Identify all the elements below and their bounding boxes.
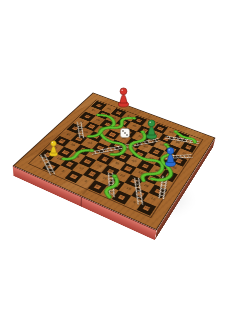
cell-number-plate: 6 — [93, 184, 101, 190]
cell-number-plate: 32 — [148, 176, 156, 182]
board-cell-25: 25 — [90, 160, 108, 172]
snake-6 — [99, 174, 125, 197]
board-cell-3: 3 — [53, 166, 72, 179]
board-cell-13: 13 — [119, 183, 137, 196]
board-cell-35: 35 — [108, 158, 126, 170]
board-cell-8: 8 — [112, 191, 131, 205]
cell-number-plate: 2 — [47, 164, 55, 169]
ladder-3 — [29, 153, 66, 176]
board-cell-26: 26 — [101, 165, 119, 177]
board-cell-15: 15 — [95, 173, 113, 186]
board-cell-5: 5 — [76, 175, 95, 188]
board-cell-19: 19 — [49, 154, 67, 166]
board-cell-29: 29 — [137, 180, 155, 193]
cell-number-plate: 48 — [142, 163, 150, 168]
board-cell-36: 36 — [97, 153, 115, 165]
cell-number-plate: 12 — [136, 191, 144, 197]
cell-number-plate: 24 — [84, 159, 92, 164]
board-cell-1: 1 — [31, 156, 50, 168]
board-cell-52: 52 — [154, 158, 171, 170]
board-cell-47: 47 — [125, 156, 142, 168]
cell-number-plate: 4 — [70, 174, 78, 180]
ladder-4 — [93, 172, 128, 200]
board-cell-22: 22 — [57, 147, 75, 159]
board-cell-11: 11 — [143, 193, 161, 207]
board-cell-27: 27 — [113, 170, 131, 183]
ladder-7 — [163, 147, 194, 167]
cell-number-plate: 18 — [66, 162, 74, 167]
cell-number-plate: 70 — [176, 158, 183, 163]
cell-number-plate: 30 — [154, 188, 162, 194]
board-cell-7: 7 — [100, 185, 119, 199]
board-cell-12: 12 — [131, 188, 149, 202]
board-cell-18: 18 — [60, 158, 78, 170]
board-cell-16: 16 — [83, 168, 101, 181]
board-cell-48: 48 — [137, 160, 154, 172]
board-cell-50: 50 — [161, 169, 178, 181]
board-cell-37: 37 — [85, 149, 102, 161]
cell-number-plate: 46 — [119, 154, 127, 159]
board-cell-31: 31 — [155, 177, 173, 190]
board-cell-2: 2 — [42, 161, 61, 173]
board-cell-10: 10 — [137, 201, 156, 215]
cell-number-plate: 36 — [101, 157, 109, 162]
cell-number-plate: 14 — [112, 181, 120, 187]
board-cell-4: 4 — [64, 170, 83, 183]
board-cell-24: 24 — [79, 156, 97, 168]
cell-number-plate: 26 — [106, 169, 114, 174]
product-photo: 1009998979695949392918182838485868788899… — [0, 0, 240, 329]
cell-number-plate: 8 — [117, 194, 125, 200]
board-cell-33: 33 — [131, 167, 149, 179]
pawn-highlight — [121, 89, 123, 91]
cell-number-plate: 22 — [62, 150, 70, 155]
cell-number-plate: 28 — [130, 178, 138, 184]
ladder-5 — [120, 176, 157, 206]
board-cell-30: 30 — [149, 185, 167, 198]
board-cell-14: 14 — [107, 178, 125, 191]
board-cell-9: 9 — [124, 196, 143, 210]
snake-head — [112, 174, 118, 178]
cell-number-plate: 34 — [124, 166, 132, 171]
cell-number-plate: 52 — [159, 161, 166, 166]
board-cell-20: 20 — [38, 149, 56, 161]
snake-head — [89, 148, 95, 152]
board-cell-46: 46 — [114, 151, 131, 163]
board-cell-28: 28 — [125, 175, 143, 188]
board-cell-17: 17 — [72, 163, 90, 175]
cell-number-plate: 10 — [142, 205, 150, 211]
board-cell-34: 34 — [119, 163, 137, 175]
cell-number-plate: 16 — [88, 171, 96, 177]
snake-5 — [63, 143, 94, 166]
board-cell-23: 23 — [68, 151, 86, 163]
cell-number-plate: 50 — [165, 173, 173, 178]
snake-4 — [141, 143, 187, 184]
fold-seam — [81, 197, 82, 207]
board-cell-32: 32 — [143, 172, 161, 185]
board-cell-49: 49 — [149, 165, 166, 177]
ladder-6 — [150, 175, 177, 200]
cell-number-plate: 20 — [44, 152, 52, 157]
cell-number-plate: 38 — [79, 148, 87, 153]
board-cell-6: 6 — [88, 180, 107, 193]
board-cell-51: 51 — [166, 162, 183, 174]
